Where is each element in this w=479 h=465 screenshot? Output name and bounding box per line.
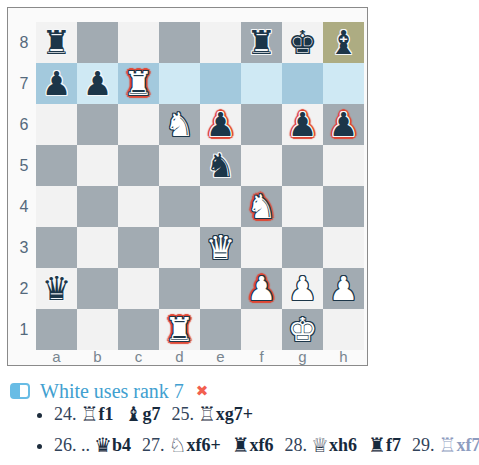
file-label-e: e [200, 350, 241, 365]
square-h6[interactable]: ♟ [323, 104, 364, 145]
square-g7[interactable] [282, 63, 323, 104]
square-a8[interactable]: ♜ [36, 22, 77, 63]
white-queen-e3[interactable]: ♛ [206, 227, 236, 268]
square-b3[interactable] [77, 227, 118, 268]
square-a3[interactable] [36, 227, 77, 268]
white-knight-d6[interactable]: ♞ [165, 104, 195, 145]
square-h5[interactable] [323, 145, 364, 186]
square-a6[interactable] [36, 104, 77, 145]
square-b7[interactable]: ♟ [77, 63, 118, 104]
square-g4[interactable] [282, 186, 323, 227]
square-b2[interactable] [77, 268, 118, 309]
square-c5[interactable] [118, 145, 159, 186]
variation-line-1[interactable]: 24.♖f1♝g725.♖xg7+ [54, 403, 479, 425]
rank-label-7: 7 [12, 63, 36, 104]
chess-board-card: 8♜♜♚♝7♟♟♜6♞♟♟♟5♞4♞3♛2♛♟♟♟1♜♚abcdefgh [7, 7, 368, 366]
square-e4[interactable] [200, 186, 241, 227]
file-label-g: g [282, 350, 323, 365]
black-rook-f8[interactable]: ♜ [247, 22, 277, 63]
square-h2[interactable]: ♟ [323, 268, 364, 309]
move-number: 26. .. [54, 435, 90, 455]
square-a7[interactable]: ♟ [36, 63, 77, 104]
white-piece-glyph[interactable]: ♖ [81, 402, 99, 426]
white-piece-glyph[interactable]: ♖ [198, 402, 216, 426]
move-san[interactable]: g7 [142, 404, 160, 424]
rank-label-4: 4 [12, 186, 36, 227]
move-san[interactable]: b4 [112, 435, 131, 455]
toggle-icon[interactable] [10, 383, 30, 399]
black-piece-glyph[interactable]: ♛ [94, 433, 112, 457]
board-corner [12, 350, 36, 365]
square-f8[interactable]: ♜ [241, 22, 282, 63]
square-f2[interactable]: ♟ [241, 268, 282, 309]
white-rook-c7[interactable]: ♜ [124, 63, 154, 104]
square-a2[interactable]: ♛ [36, 268, 77, 309]
square-d5[interactable] [159, 145, 200, 186]
file-label-d: d [159, 350, 200, 365]
square-h1[interactable] [323, 309, 364, 350]
black-pawn-b7[interactable]: ♟ [83, 63, 113, 104]
black-knight-e5[interactable]: ♞ [206, 145, 236, 186]
rank-label-3: 3 [12, 227, 36, 268]
black-king-g8[interactable]: ♚ [288, 22, 318, 63]
move-san[interactable]: f1 [98, 404, 113, 424]
square-c3[interactable] [118, 227, 159, 268]
square-g3[interactable] [282, 227, 323, 268]
move-number: 27. [142, 435, 165, 455]
square-f7[interactable] [241, 63, 282, 104]
black-piece-glyph[interactable]: ♝ [124, 402, 142, 426]
move-san[interactable]: xf7 [456, 435, 479, 455]
square-e1[interactable] [200, 309, 241, 350]
square-d2[interactable] [159, 268, 200, 309]
move-number: 29. [412, 435, 435, 455]
white-piece-glyph[interactable]: ♖ [438, 433, 456, 457]
square-f6[interactable] [241, 104, 282, 145]
move-number: 25. [171, 404, 194, 424]
black-pawn-g6[interactable]: ♟ [288, 104, 318, 145]
square-a5[interactable] [36, 145, 77, 186]
black-bishop-h8[interactable]: ♝ [329, 22, 359, 63]
move-san[interactable]: xf6+ [186, 435, 220, 455]
white-pawn-g2[interactable]: ♟ [288, 268, 318, 309]
black-pawn-a7[interactable]: ♟ [42, 63, 72, 104]
square-h3[interactable] [323, 227, 364, 268]
white-pawn-h2[interactable]: ♟ [329, 268, 359, 309]
rank-label-5: 5 [12, 145, 36, 186]
square-f5[interactable] [241, 145, 282, 186]
square-c2[interactable] [118, 268, 159, 309]
annotation-header: White uses rank 7 ✖ [10, 379, 208, 403]
square-e7[interactable] [200, 63, 241, 104]
variation-list: 24.♖f1♝g725.♖xg7+26. ..♛b427.♘xf6+♜xf628… [22, 403, 479, 465]
square-g6[interactable]: ♟ [282, 104, 323, 145]
rank-label-2: 2 [12, 268, 36, 309]
square-e2[interactable] [200, 268, 241, 309]
square-c7[interactable]: ♜ [118, 63, 159, 104]
white-piece-glyph[interactable]: ♘ [168, 433, 186, 457]
square-d1[interactable]: ♜ [159, 309, 200, 350]
file-label-f: f [241, 350, 282, 365]
file-label-b: b [77, 350, 118, 365]
square-d3[interactable] [159, 227, 200, 268]
square-f3[interactable] [241, 227, 282, 268]
move-number: 28. [285, 435, 308, 455]
square-h8[interactable]: ♝ [323, 22, 364, 63]
white-knight-f4[interactable]: ♞ [247, 186, 277, 227]
square-f1[interactable] [241, 309, 282, 350]
square-a1[interactable] [36, 309, 77, 350]
black-pawn-h6[interactable]: ♟ [329, 104, 359, 145]
file-label-c: c [118, 350, 159, 365]
square-b5[interactable] [77, 145, 118, 186]
close-icon[interactable]: ✖ [196, 382, 209, 400]
rank-label-8: 8 [12, 22, 36, 63]
square-d4[interactable] [159, 186, 200, 227]
square-d7[interactable] [159, 63, 200, 104]
chess-board: 8♜♜♚♝7♟♟♜6♞♟♟♟5♞4♞3♛2♛♟♟♟1♜♚abcdefgh [12, 22, 364, 365]
square-b4[interactable] [77, 186, 118, 227]
square-e5[interactable]: ♞ [200, 145, 241, 186]
file-label-h: h [323, 350, 364, 365]
move-san[interactable]: xg7+ [216, 404, 253, 424]
white-pawn-f2[interactable]: ♟ [247, 268, 277, 309]
move-san[interactable]: xf6 [250, 435, 274, 455]
white-king-g1[interactable]: ♚ [288, 309, 318, 350]
black-pawn-e6[interactable]: ♟ [206, 104, 236, 145]
square-h7[interactable] [323, 63, 364, 104]
square-d8[interactable] [159, 22, 200, 63]
square-b6[interactable] [77, 104, 118, 145]
square-e8[interactable] [200, 22, 241, 63]
square-g8[interactable]: ♚ [282, 22, 323, 63]
square-b8[interactable] [77, 22, 118, 63]
variation-line-2[interactable]: 26. ..♛b427.♘xf6+♜xf628.♕xh6♜f729.♖xf7 [54, 434, 479, 456]
rank-label-6: 6 [12, 104, 36, 145]
square-c4[interactable] [118, 186, 159, 227]
square-c8[interactable] [118, 22, 159, 63]
move-number: 24. [54, 404, 77, 424]
square-c1[interactable] [118, 309, 159, 350]
square-a4[interactable] [36, 186, 77, 227]
white-rook-d1[interactable]: ♜ [165, 309, 195, 350]
square-h4[interactable] [323, 186, 364, 227]
black-rook-a8[interactable]: ♜ [42, 22, 72, 63]
square-b1[interactable] [77, 309, 118, 350]
square-g2[interactable]: ♟ [282, 268, 323, 309]
black-queen-a2[interactable]: ♛ [42, 268, 72, 309]
square-d6[interactable]: ♞ [159, 104, 200, 145]
square-c6[interactable] [118, 104, 159, 145]
black-piece-glyph[interactable]: ♜ [368, 433, 386, 457]
square-e3[interactable]: ♛ [200, 227, 241, 268]
rank-label-1: 1 [12, 309, 36, 350]
square-g1[interactable]: ♚ [282, 309, 323, 350]
move-san[interactable]: xh6 [329, 435, 357, 455]
file-label-a: a [36, 350, 77, 365]
square-f4[interactable]: ♞ [241, 186, 282, 227]
black-piece-glyph[interactable]: ♜ [232, 433, 250, 457]
move-san[interactable]: f7 [386, 435, 401, 455]
white-piece-glyph[interactable]: ♕ [311, 433, 329, 457]
annotation-title: White uses rank 7 [40, 380, 184, 403]
square-g5[interactable] [282, 145, 323, 186]
square-e6[interactable]: ♟ [200, 104, 241, 145]
